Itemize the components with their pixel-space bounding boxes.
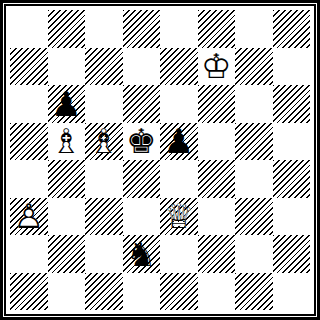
square-e2[interactable]: [160, 235, 198, 273]
square-d7[interactable]: [123, 48, 161, 86]
square-f4[interactable]: [198, 160, 236, 198]
square-a2[interactable]: [10, 235, 48, 273]
square-d4[interactable]: [123, 160, 161, 198]
square-e8[interactable]: [160, 10, 198, 48]
square-g6[interactable]: [235, 85, 273, 123]
square-b3[interactable]: [48, 198, 86, 236]
square-c8[interactable]: [85, 10, 123, 48]
square-b7[interactable]: [48, 48, 86, 86]
square-c7[interactable]: [85, 48, 123, 86]
square-c3[interactable]: [85, 198, 123, 236]
board-frame: ♚♔♟♝♗♝♗♚♟♟♙♛♕♞: [0, 0, 320, 320]
square-g7[interactable]: [235, 48, 273, 86]
square-e7[interactable]: [160, 48, 198, 86]
square-c4[interactable]: [85, 160, 123, 198]
square-h2[interactable]: [273, 235, 311, 273]
square-e1[interactable]: [160, 273, 198, 311]
square-f6[interactable]: [198, 85, 236, 123]
square-c5[interactable]: ♝♗: [85, 123, 123, 161]
square-g4[interactable]: [235, 160, 273, 198]
square-a7[interactable]: [10, 48, 48, 86]
square-e5[interactable]: ♟: [160, 123, 198, 161]
square-c1[interactable]: [85, 273, 123, 311]
piece-white-king[interactable]: ♔: [198, 48, 236, 86]
square-d5[interactable]: ♚: [123, 123, 161, 161]
square-f7[interactable]: ♚♔: [198, 48, 236, 86]
square-d6[interactable]: [123, 85, 161, 123]
square-h1[interactable]: [273, 273, 311, 311]
square-f1[interactable]: [198, 273, 236, 311]
square-h7[interactable]: [273, 48, 311, 86]
square-b2[interactable]: [48, 235, 86, 273]
piece-black-knight[interactable]: ♞: [123, 235, 161, 273]
square-h3[interactable]: [273, 198, 311, 236]
piece-white-pawn[interactable]: ♙: [10, 198, 48, 236]
square-b8[interactable]: [48, 10, 86, 48]
square-b1[interactable]: [48, 273, 86, 311]
piece-black-pawn[interactable]: ♟: [48, 85, 86, 123]
square-g5[interactable]: [235, 123, 273, 161]
square-g2[interactable]: [235, 235, 273, 273]
square-c6[interactable]: [85, 85, 123, 123]
square-h4[interactable]: [273, 160, 311, 198]
square-a4[interactable]: [10, 160, 48, 198]
square-b4[interactable]: [48, 160, 86, 198]
square-h6[interactable]: [273, 85, 311, 123]
square-d3[interactable]: [123, 198, 161, 236]
piece-white-queen[interactable]: ♕: [160, 198, 198, 236]
square-f5[interactable]: [198, 123, 236, 161]
square-g3[interactable]: [235, 198, 273, 236]
square-h5[interactable]: [273, 123, 311, 161]
square-f3[interactable]: [198, 198, 236, 236]
square-e4[interactable]: [160, 160, 198, 198]
square-g8[interactable]: [235, 10, 273, 48]
square-g1[interactable]: [235, 273, 273, 311]
square-e3[interactable]: ♛♕: [160, 198, 198, 236]
board-inner-frame: ♚♔♟♝♗♝♗♚♟♟♙♛♕♞: [4, 4, 316, 316]
square-a6[interactable]: [10, 85, 48, 123]
piece-black-pawn[interactable]: ♟: [160, 123, 198, 161]
square-b5[interactable]: ♝♗: [48, 123, 86, 161]
square-a1[interactable]: [10, 273, 48, 311]
chess-board: ♚♔♟♝♗♝♗♚♟♟♙♛♕♞: [10, 10, 310, 310]
square-d8[interactable]: [123, 10, 161, 48]
square-a8[interactable]: [10, 10, 48, 48]
square-b6[interactable]: ♟: [48, 85, 86, 123]
square-f8[interactable]: [198, 10, 236, 48]
piece-white-bishop[interactable]: ♗: [85, 123, 123, 161]
square-e6[interactable]: [160, 85, 198, 123]
square-d2[interactable]: ♞: [123, 235, 161, 273]
piece-white-bishop[interactable]: ♗: [48, 123, 86, 161]
square-a5[interactable]: [10, 123, 48, 161]
square-d1[interactable]: [123, 273, 161, 311]
square-f2[interactable]: [198, 235, 236, 273]
piece-black-king[interactable]: ♚: [123, 123, 161, 161]
square-c2[interactable]: [85, 235, 123, 273]
square-h8[interactable]: [273, 10, 311, 48]
square-a3[interactable]: ♟♙: [10, 198, 48, 236]
